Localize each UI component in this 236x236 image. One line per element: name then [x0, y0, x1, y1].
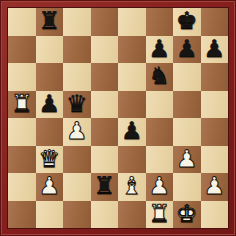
piece-white-pawn-h2[interactable]: ♟	[203, 173, 225, 201]
piece-black-knight-f6[interactable]: ♞	[148, 63, 170, 91]
square-h5[interactable]	[201, 91, 229, 119]
square-h4[interactable]	[201, 118, 229, 146]
piece-black-pawn-f7[interactable]: ♟	[148, 35, 170, 63]
square-a7[interactable]	[8, 36, 36, 64]
square-d5[interactable]	[91, 91, 119, 119]
square-f2[interactable]: ♟	[146, 173, 174, 201]
square-c6[interactable]	[63, 63, 91, 91]
square-d8[interactable]	[91, 8, 119, 36]
piece-white-pawn-b2[interactable]: ♟	[38, 173, 60, 201]
square-d6[interactable]	[91, 63, 119, 91]
square-a6[interactable]	[8, 63, 36, 91]
square-b4[interactable]	[36, 118, 64, 146]
square-c3[interactable]	[63, 146, 91, 174]
piece-black-pawn-h7[interactable]: ♟	[203, 35, 225, 63]
square-f6[interactable]: ♞	[146, 63, 174, 91]
piece-black-king-g8[interactable]: ♚	[176, 8, 198, 36]
piece-black-pawn-g7[interactable]: ♟	[176, 35, 198, 63]
square-a5[interactable]: ♜	[8, 91, 36, 119]
square-e1[interactable]	[118, 201, 146, 229]
square-c2[interactable]	[63, 173, 91, 201]
square-f7[interactable]: ♟	[146, 36, 174, 64]
square-e4[interactable]: ♟	[118, 118, 146, 146]
piece-white-pawn-g3[interactable]: ♟	[176, 145, 198, 173]
square-g3[interactable]: ♟	[173, 146, 201, 174]
square-d2[interactable]: ♜	[91, 173, 119, 201]
piece-black-queen-c5[interactable]: ♛	[66, 90, 88, 118]
square-a1[interactable]	[8, 201, 36, 229]
square-e6[interactable]	[118, 63, 146, 91]
square-f1[interactable]: ♜	[146, 201, 174, 229]
square-f5[interactable]	[146, 91, 174, 119]
square-h1[interactable]	[201, 201, 229, 229]
piece-white-queen-b3[interactable]: ♛	[38, 145, 60, 173]
square-e8[interactable]	[118, 8, 146, 36]
square-b5[interactable]: ♟	[36, 91, 64, 119]
square-f3[interactable]	[146, 146, 174, 174]
square-d1[interactable]	[91, 201, 119, 229]
square-b8[interactable]: ♜	[36, 8, 64, 36]
piece-white-rook-a5[interactable]: ♜	[11, 90, 33, 118]
square-a3[interactable]	[8, 146, 36, 174]
chess-board: ♜♚♟♟♟♞♜♟♛♟♟♛♟♟♜♝♟♟♜♚	[8, 8, 228, 228]
piece-black-rook-d2[interactable]: ♜	[93, 173, 115, 201]
square-a2[interactable]	[8, 173, 36, 201]
square-h2[interactable]: ♟	[201, 173, 229, 201]
square-a4[interactable]	[8, 118, 36, 146]
square-c7[interactable]	[63, 36, 91, 64]
piece-black-pawn-b5[interactable]: ♟	[38, 90, 60, 118]
square-c5[interactable]: ♛	[63, 91, 91, 119]
piece-black-pawn-e4[interactable]: ♟	[121, 118, 143, 146]
square-g4[interactable]	[173, 118, 201, 146]
square-e3[interactable]	[118, 146, 146, 174]
square-g7[interactable]: ♟	[173, 36, 201, 64]
square-h7[interactable]: ♟	[201, 36, 229, 64]
square-f4[interactable]	[146, 118, 174, 146]
square-b2[interactable]: ♟	[36, 173, 64, 201]
square-d3[interactable]	[91, 146, 119, 174]
square-h8[interactable]	[201, 8, 229, 36]
square-a8[interactable]	[8, 8, 36, 36]
square-b1[interactable]	[36, 201, 64, 229]
piece-white-bishop-e2[interactable]: ♝	[121, 173, 143, 201]
piece-white-pawn-f2[interactable]: ♟	[148, 173, 170, 201]
square-g5[interactable]	[173, 91, 201, 119]
square-b3[interactable]: ♛	[36, 146, 64, 174]
square-g8[interactable]: ♚	[173, 8, 201, 36]
square-g1[interactable]: ♚	[173, 201, 201, 229]
square-c4[interactable]: ♟	[63, 118, 91, 146]
board-frame: ♜♚♟♟♟♞♜♟♛♟♟♛♟♟♜♝♟♟♜♚	[0, 0, 236, 236]
square-h6[interactable]	[201, 63, 229, 91]
square-c8[interactable]	[63, 8, 91, 36]
square-b7[interactable]	[36, 36, 64, 64]
piece-white-rook-f1[interactable]: ♜	[148, 200, 170, 228]
square-h3[interactable]	[201, 146, 229, 174]
piece-white-king-g1[interactable]: ♚	[176, 200, 198, 228]
square-d4[interactable]	[91, 118, 119, 146]
square-d7[interactable]	[91, 36, 119, 64]
square-c1[interactable]	[63, 201, 91, 229]
square-g6[interactable]	[173, 63, 201, 91]
square-g2[interactable]	[173, 173, 201, 201]
square-e2[interactable]: ♝	[118, 173, 146, 201]
piece-black-rook-b8[interactable]: ♜	[38, 8, 60, 36]
square-b6[interactable]	[36, 63, 64, 91]
square-e7[interactable]	[118, 36, 146, 64]
square-e5[interactable]	[118, 91, 146, 119]
square-f8[interactable]	[146, 8, 174, 36]
piece-white-pawn-c4[interactable]: ♟	[66, 118, 88, 146]
